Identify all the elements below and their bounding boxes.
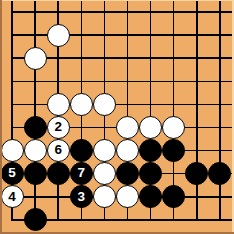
white-stone: [93, 139, 116, 162]
go-board: 265743: [0, 0, 234, 234]
move-number: 2: [54, 120, 62, 134]
white-stone: [70, 93, 93, 116]
white-stone: [162, 116, 185, 139]
black-stone: 5: [1, 162, 24, 185]
black-stone: 3: [70, 185, 93, 208]
black-stone: [24, 208, 47, 231]
board-frame-left: [0, 0, 2, 234]
grid-hline: [11, 34, 232, 36]
white-stone: [93, 162, 116, 185]
black-stone: [70, 139, 93, 162]
black-stone: [139, 162, 162, 185]
black-stone: [116, 162, 139, 185]
white-stone: [116, 185, 139, 208]
white-stone: 6: [47, 139, 70, 162]
white-stone: [93, 93, 116, 116]
white-stone: [1, 139, 24, 162]
white-stone: [47, 93, 70, 116]
white-stone: 2: [47, 116, 70, 139]
white-stone: [24, 139, 47, 162]
white-stone: [116, 139, 139, 162]
grid-vline: [196, 1, 198, 221]
black-stone: [162, 139, 185, 162]
white-stone: [139, 116, 162, 139]
move-number: 5: [8, 166, 16, 180]
move-number: 4: [8, 190, 16, 204]
grid-hline: [11, 11, 232, 13]
white-stone: [47, 24, 70, 47]
board-frame-bottom: [0, 232, 234, 234]
black-stone: [185, 162, 208, 185]
white-stone: [24, 47, 47, 70]
white-stone: 4: [1, 185, 24, 208]
move-number: 6: [54, 143, 62, 157]
grid-vline: [34, 1, 36, 221]
black-stone: [208, 162, 231, 185]
board-frame-right: [232, 0, 234, 234]
board-frame-top: [0, 0, 234, 1]
grid-vline: [219, 1, 221, 221]
black-stone: [162, 185, 185, 208]
grid-hline: [11, 81, 232, 83]
black-stone: 7: [70, 162, 93, 185]
black-stone: [24, 116, 47, 139]
move-number: 3: [78, 190, 86, 204]
white-stone: [93, 185, 116, 208]
white-stone: [116, 116, 139, 139]
black-stone: [24, 162, 47, 185]
black-stone: [139, 185, 162, 208]
grid-hline: [11, 104, 232, 106]
black-stone: [47, 162, 70, 185]
black-stone: [139, 139, 162, 162]
move-number: 7: [78, 166, 86, 180]
